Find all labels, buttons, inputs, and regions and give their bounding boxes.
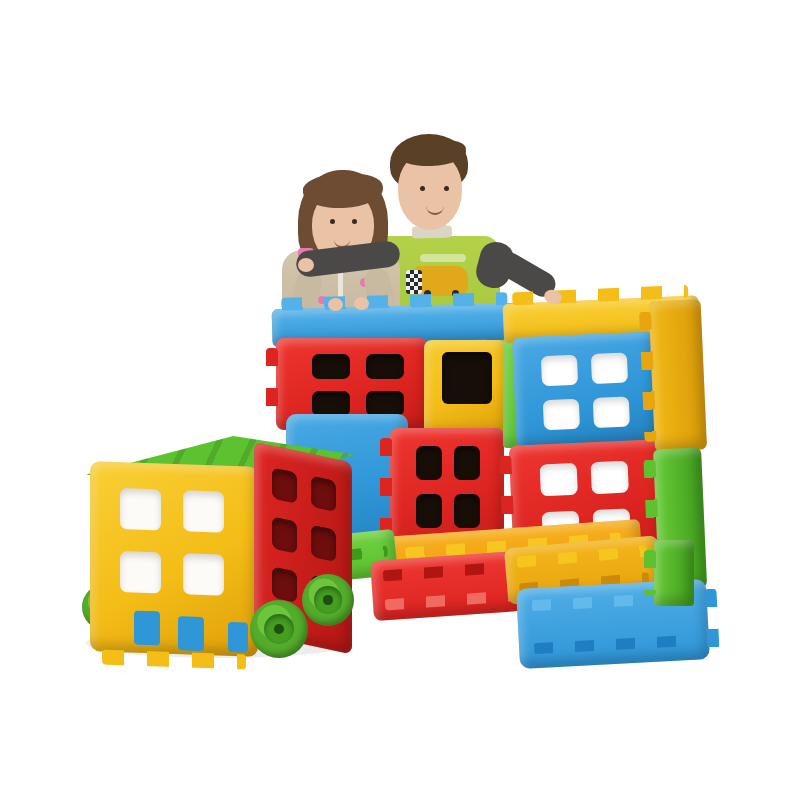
waffle-hole-open [591, 461, 629, 495]
waffle-hole [416, 494, 442, 528]
waffle-hole-open [183, 553, 224, 595]
wagon-base-blue-gap [178, 616, 204, 651]
waffle-hole [454, 446, 480, 480]
upright-piece-green [654, 540, 694, 606]
waffle-hole [366, 354, 404, 379]
waffle-hole-open [591, 353, 628, 385]
boy-hand-on-shoulder [298, 258, 314, 272]
waffle-holes-dark [416, 446, 480, 528]
waffle-hole-dark [272, 517, 297, 554]
wagon-wheel-front [250, 600, 308, 658]
flat-bumps-row [534, 635, 694, 654]
waffle-hole [366, 391, 404, 416]
waffle-hole-open [120, 488, 161, 530]
flat-panel-red [370, 551, 524, 621]
waffle-hole-open [541, 355, 578, 387]
wagon-base-blue-gap [228, 622, 248, 653]
waffle-hole-open [120, 551, 161, 593]
waffle-hole-open [593, 396, 630, 428]
waffle-hole-open [183, 490, 224, 532]
waffle-hole [312, 391, 350, 416]
boy-car-print [414, 266, 468, 296]
wagon-wheel-rear-right [302, 574, 354, 626]
boy-eye-left [420, 186, 425, 191]
waffle-hole [312, 354, 350, 379]
girl-eye-left [330, 219, 335, 224]
waffle-hole-dark [311, 525, 336, 562]
waffle-hole [454, 494, 480, 528]
wagon-base-blue-gap [134, 611, 160, 646]
waffle-hole-dark [311, 476, 336, 513]
girl-eye-right [352, 219, 357, 224]
waffle-hole-open [540, 463, 578, 497]
waffle-holes-open [541, 353, 630, 431]
playhouse-panel-blue-waffle [512, 331, 659, 449]
flat-bumps-row [517, 545, 647, 567]
wagon-front-yellow [90, 461, 258, 657]
flat-bumps-row [385, 591, 511, 611]
playhouse-panel-yellow-window [424, 340, 508, 436]
product-photo [0, 0, 800, 800]
girl-hand-left [328, 298, 343, 311]
waffle-holes-open [120, 488, 224, 596]
flat-bumps-row [383, 562, 509, 582]
boy-eye-right [444, 186, 449, 191]
playhouse-side-edge-yellow [649, 299, 707, 451]
girl-hand-right [354, 297, 369, 310]
dark-window [442, 352, 492, 404]
waffle-holes-dark [312, 354, 404, 416]
waffle-hole-open [543, 399, 580, 431]
waffle-hole [416, 446, 442, 480]
boy-shirt-print-smudge [420, 254, 466, 262]
boy-car-checker-flag [406, 270, 422, 294]
waffle-hole-dark [272, 467, 297, 504]
waffle-hole-dark [272, 566, 297, 603]
